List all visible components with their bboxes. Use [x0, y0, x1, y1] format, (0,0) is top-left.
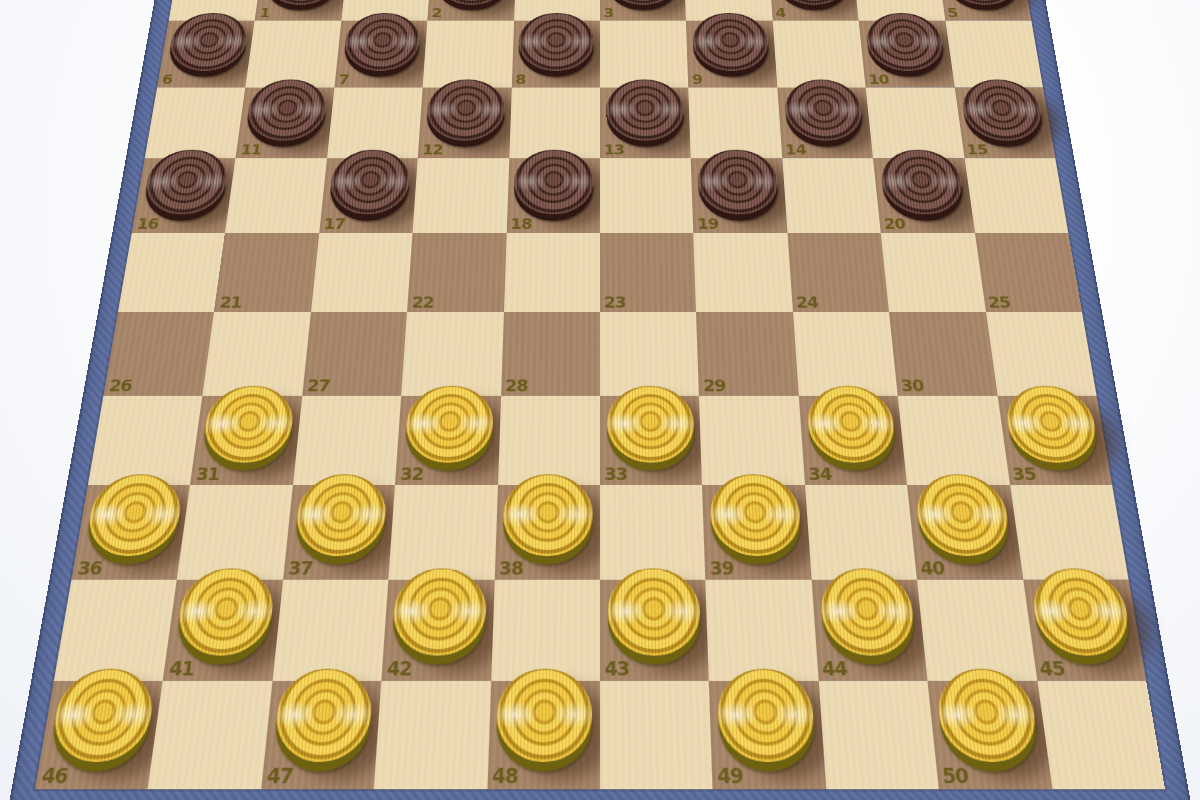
- light-square: [423, 21, 514, 88]
- playable-square[interactable]: 21: [214, 233, 319, 312]
- square-number: 19: [697, 217, 719, 231]
- square-number: 17: [323, 217, 345, 231]
- square-number: 38: [499, 560, 523, 578]
- playable-square[interactable]: 41: [163, 580, 283, 681]
- black-man[interactable]: [141, 150, 230, 215]
- square-number: 23: [604, 296, 626, 311]
- light-square: [145, 88, 246, 159]
- playable-square[interactable]: 28: [501, 312, 600, 396]
- playable-square[interactable]: 42: [382, 580, 495, 681]
- square-number: 15: [966, 144, 988, 157]
- light-square: [504, 233, 600, 312]
- square-number: 46: [40, 767, 69, 787]
- playable-square[interactable]: 46: [35, 681, 163, 789]
- playable-square[interactable]: 30: [889, 312, 997, 396]
- light-square: [694, 233, 793, 312]
- square-number: 32: [400, 467, 424, 484]
- square-number: 5: [947, 8, 958, 20]
- light-square: [491, 580, 600, 681]
- light-square: [177, 485, 293, 580]
- board-grid: 1234567891011121314151617181920212223242…: [35, 0, 1165, 789]
- square-number: 29: [703, 379, 726, 395]
- square-number: 48: [492, 767, 518, 787]
- playable-square[interactable]: 11: [236, 88, 334, 159]
- playable-square[interactable]: 29: [696, 312, 798, 396]
- white-man[interactable]: [47, 669, 157, 763]
- light-square: [793, 312, 898, 396]
- white-man[interactable]: [805, 386, 898, 464]
- square-number: 10: [868, 74, 889, 86]
- black-man[interactable]: [518, 13, 594, 71]
- square-number: 31: [195, 467, 220, 484]
- square-number: 40: [919, 560, 945, 578]
- light-square: [118, 233, 225, 312]
- square-number: 35: [1011, 467, 1036, 484]
- playable-square[interactable]: 13: [600, 88, 691, 159]
- playable-square[interactable]: 22: [407, 233, 506, 312]
- light-square: [88, 396, 203, 485]
- white-man[interactable]: [709, 474, 802, 557]
- light-square: [148, 681, 272, 789]
- playable-square[interactable]: 43: [600, 580, 709, 681]
- light-square: [389, 485, 498, 580]
- black-man[interactable]: [959, 79, 1046, 141]
- square-number: 4: [775, 8, 786, 20]
- square-number: 16: [136, 217, 159, 231]
- light-square: [881, 233, 986, 312]
- square-number: 47: [266, 767, 293, 787]
- playable-square[interactable]: 23: [600, 233, 696, 312]
- light-square: [600, 21, 689, 88]
- white-man[interactable]: [607, 386, 695, 464]
- square-number: 22: [411, 296, 434, 311]
- square-number: 50: [941, 767, 969, 787]
- draughts-board: 1234567891011121314151617181920212223242…: [7, 0, 1193, 800]
- square-number: 27: [306, 379, 330, 395]
- playable-square[interactable]: 36: [71, 485, 190, 580]
- square-number: 7: [338, 74, 349, 86]
- playable-square[interactable]: 45: [1023, 580, 1146, 681]
- playable-square[interactable]: 35: [997, 396, 1112, 485]
- light-square: [374, 681, 491, 789]
- light-square: [917, 580, 1037, 681]
- playable-square[interactable]: 27: [302, 312, 407, 396]
- playable-square[interactable]: 20: [873, 158, 974, 233]
- light-square: [706, 580, 819, 681]
- playable-square[interactable]: 5: [936, 0, 1031, 21]
- playable-square[interactable]: 31: [190, 396, 302, 485]
- light-square: [225, 158, 326, 233]
- square-number: 34: [808, 467, 832, 484]
- playable-square[interactable]: 32: [395, 396, 501, 485]
- light-square: [699, 396, 805, 485]
- playable-square[interactable]: 14: [777, 88, 873, 159]
- black-man[interactable]: [513, 150, 593, 215]
- light-square: [498, 396, 600, 485]
- playable-square[interactable]: 49: [709, 681, 826, 789]
- light-square: [293, 396, 402, 485]
- black-man[interactable]: [864, 13, 946, 71]
- light-square: [327, 88, 423, 159]
- black-man[interactable]: [692, 13, 770, 71]
- white-man[interactable]: [818, 568, 918, 656]
- light-square: [898, 396, 1010, 485]
- light-square: [1037, 681, 1165, 789]
- light-square: [272, 580, 388, 681]
- black-man[interactable]: [327, 150, 412, 215]
- light-square: [203, 312, 311, 396]
- playable-square[interactable]: 8: [511, 21, 600, 88]
- playable-square[interactable]: 9: [686, 21, 777, 88]
- light-square: [945, 21, 1043, 88]
- white-man[interactable]: [496, 669, 593, 763]
- black-man[interactable]: [783, 79, 865, 141]
- white-man[interactable]: [293, 474, 389, 557]
- square-number: 6: [161, 74, 173, 86]
- square-number: 30: [900, 379, 924, 395]
- playable-square[interactable]: 25: [975, 233, 1082, 312]
- white-man[interactable]: [607, 568, 700, 656]
- light-square: [818, 681, 939, 789]
- square-number: 44: [822, 660, 848, 679]
- light-square: [964, 158, 1068, 233]
- light-square: [600, 485, 706, 580]
- white-man[interactable]: [716, 669, 816, 763]
- square-number: 24: [796, 296, 819, 311]
- playable-square[interactable]: 3: [600, 0, 686, 21]
- square-number: 26: [108, 379, 133, 395]
- square-number: 2: [431, 8, 441, 20]
- square-number: 18: [510, 217, 531, 231]
- black-man[interactable]: [606, 79, 684, 141]
- black-man[interactable]: [773, 0, 851, 5]
- square-number: 25: [987, 296, 1011, 311]
- playable-square[interactable]: 6: [157, 21, 255, 88]
- black-man[interactable]: [245, 79, 329, 141]
- playable-square[interactable]: 7: [334, 21, 427, 88]
- playable-square[interactable]: 40: [907, 485, 1023, 580]
- square-number: 45: [1039, 660, 1066, 679]
- black-man[interactable]: [697, 150, 779, 215]
- playable-square[interactable]: 1: [255, 0, 348, 21]
- playable-square[interactable]: 50: [928, 681, 1052, 789]
- light-square: [866, 88, 964, 159]
- square-number: 3: [604, 8, 614, 20]
- square-number: 36: [76, 560, 103, 578]
- playable-square[interactable]: 4: [768, 0, 859, 21]
- playable-square[interactable]: 37: [283, 485, 395, 580]
- black-man[interactable]: [166, 13, 250, 71]
- playable-square[interactable]: 38: [494, 485, 600, 580]
- playable-square[interactable]: 16: [132, 158, 236, 233]
- square-number: 37: [287, 560, 312, 578]
- white-man[interactable]: [934, 669, 1040, 763]
- black-man[interactable]: [941, 0, 1023, 5]
- white-man[interactable]: [502, 474, 592, 557]
- square-number: 14: [785, 144, 806, 157]
- playable-square[interactable]: 10: [859, 21, 955, 88]
- light-square: [401, 312, 503, 396]
- playable-square[interactable]: 19: [691, 158, 787, 233]
- square-number: 41: [168, 660, 195, 679]
- light-square: [413, 158, 509, 233]
- playable-square[interactable]: 47: [261, 681, 382, 789]
- playable-square[interactable]: 26: [103, 312, 214, 396]
- square-number: 8: [515, 74, 525, 86]
- square-number: 39: [709, 560, 733, 578]
- playable-square[interactable]: 2: [427, 0, 515, 21]
- square-number: 21: [219, 296, 243, 311]
- light-square: [773, 21, 866, 88]
- square-number: 43: [605, 660, 630, 679]
- square-number: 33: [604, 467, 627, 484]
- playable-square[interactable]: 48: [487, 681, 600, 789]
- white-man[interactable]: [174, 568, 277, 656]
- square-number: 11: [240, 144, 262, 157]
- light-square: [1010, 485, 1129, 580]
- light-square: [782, 158, 881, 233]
- playable-square[interactable]: 17: [319, 158, 418, 233]
- playable-square[interactable]: 34: [799, 396, 908, 485]
- square-number: 9: [692, 74, 702, 86]
- white-man[interactable]: [1003, 386, 1101, 464]
- white-man[interactable]: [913, 474, 1012, 557]
- black-man[interactable]: [263, 0, 343, 5]
- black-man[interactable]: [606, 0, 680, 5]
- playable-square[interactable]: 39: [702, 485, 811, 580]
- light-square: [689, 88, 783, 159]
- square-number: 13: [604, 144, 624, 157]
- playable-square[interactable]: 18: [506, 158, 600, 233]
- white-man[interactable]: [391, 568, 487, 656]
- white-man[interactable]: [83, 474, 185, 557]
- black-man[interactable]: [879, 150, 966, 215]
- square-number: 1: [259, 8, 270, 20]
- light-square: [311, 233, 413, 312]
- black-man[interactable]: [342, 13, 422, 71]
- light-square: [805, 485, 917, 580]
- white-man[interactable]: [200, 386, 296, 464]
- playable-square[interactable]: 12: [418, 88, 512, 159]
- playable-square[interactable]: 44: [811, 580, 927, 681]
- square-number: 42: [386, 660, 412, 679]
- light-square: [600, 158, 694, 233]
- light-square: [54, 580, 177, 681]
- square-number: 49: [717, 767, 743, 787]
- light-square: [986, 312, 1097, 396]
- square-number: 12: [422, 144, 443, 157]
- white-man[interactable]: [1029, 568, 1135, 656]
- light-square: [509, 88, 600, 159]
- page-background: 1234567891011121314151617181920212223242…: [0, 0, 1200, 800]
- black-man[interactable]: [425, 79, 505, 141]
- black-man[interactable]: [435, 0, 511, 5]
- light-square: [600, 681, 713, 789]
- playable-square[interactable]: 33: [600, 396, 702, 485]
- light-square: [600, 312, 699, 396]
- playable-square[interactable]: 15: [954, 88, 1055, 159]
- light-square: [246, 21, 342, 88]
- square-number: 20: [883, 217, 906, 231]
- playable-square[interactable]: 24: [787, 233, 889, 312]
- white-man[interactable]: [272, 669, 375, 763]
- white-man[interactable]: [404, 386, 494, 464]
- square-number: 28: [505, 379, 528, 395]
